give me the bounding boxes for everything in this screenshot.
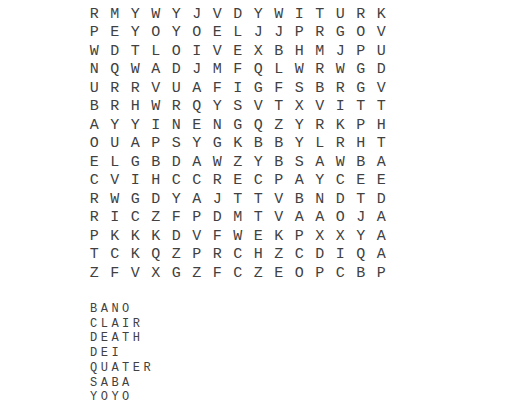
grid-cell-r2c5[interactable]: Y [166,24,187,43]
grid-cell-r6c6[interactable]: Q [187,98,208,117]
grid-cell-r1c12[interactable]: T [310,5,331,24]
grid-cell-r9c5[interactable]: D [166,153,187,172]
grid-cell-r13c15[interactable]: A [371,227,392,246]
grid-cell-r1c13[interactable]: U [330,5,351,24]
grid-cell-r7c9[interactable]: Q [248,116,269,135]
grid-cell-r5c11[interactable]: S [289,79,310,98]
grid-cell-r6c7[interactable]: Y [207,98,228,117]
grid-cell-r13c14[interactable]: Y [351,227,372,246]
grid-cell-r1c10[interactable]: W [269,5,290,24]
grid-cell-r12c15[interactable]: A [371,209,392,228]
grid-cell-r5c12[interactable]: B [310,79,331,98]
grid-cell-r13c5[interactable]: D [166,227,187,246]
grid-cell-r9c4[interactable]: B [146,153,167,172]
grid-cell-r14c11[interactable]: C [289,246,310,265]
grid-cell-r15c10[interactable]: E [269,264,290,283]
grid-cell-r10c15[interactable]: E [371,172,392,191]
grid-cell-r8c10[interactable]: B [269,135,290,154]
grid-cell-r1c1[interactable]: R [84,5,105,24]
word-search-page: RMYWYJVDYWITURKPEYOYOELJJPRGOVWDTLOIVEXB… [0,0,512,410]
word-list-item-clair: CLAIR [90,317,154,332]
grid-cell-r5c7[interactable]: F [207,79,228,98]
grid-cell-r3c9[interactable]: X [248,42,269,61]
grid-cell-r4c8[interactable]: F [228,61,249,80]
grid-cell-r11c11[interactable]: B [289,190,310,209]
grid-cell-r9c13[interactable]: W [330,153,351,172]
grid-cell-r15c12[interactable]: P [310,264,331,283]
grid-cell-r13c13[interactable]: X [330,227,351,246]
grid-cell-r14c12[interactable]: D [310,246,331,265]
grid-cell-r14c15[interactable]: A [371,246,392,265]
grid-cell-r9c6[interactable]: A [187,153,208,172]
grid-cell-r6c11[interactable]: X [289,98,310,117]
grid-cell-r12c7[interactable]: D [207,209,228,228]
grid-cell-r3c10[interactable]: B [269,42,290,61]
grid-cell-r10c6[interactable]: C [187,172,208,191]
grid-cell-r15c5[interactable]: G [166,264,187,283]
grid-cell-r1c7[interactable]: V [207,5,228,24]
word-list-item-death: DEATH [90,331,154,346]
grid-cell-r5c2[interactable]: R [105,79,126,98]
grid-cell-r7c12[interactable]: R [310,116,331,135]
grid-cell-r10c7[interactable]: R [207,172,228,191]
grid-cell-r6c5[interactable]: R [166,98,187,117]
grid-cell-r15c1[interactable]: Z [84,264,105,283]
grid-cell-r13c11[interactable]: P [289,227,310,246]
grid-cell-r15c2[interactable]: F [105,264,126,283]
grid-cell-r7c15[interactable]: H [371,116,392,135]
grid-cell-r13c2[interactable]: K [105,227,126,246]
grid-cell-r2c7[interactable]: E [207,24,228,43]
grid-cell-r9c1[interactable]: E [84,153,105,172]
grid-cell-r4c2[interactable]: Q [105,61,126,80]
grid-cell-r2c2[interactable]: E [105,24,126,43]
grid-cell-r13c3[interactable]: K [125,227,146,246]
grid-cell-r15c13[interactable]: C [330,264,351,283]
grid-cell-r7c10[interactable]: Z [269,116,290,135]
grid-cell-r12c6[interactable]: P [187,209,208,228]
grid-cell-r7c7[interactable]: N [207,116,228,135]
grid-cell-r5c8[interactable]: I [228,79,249,98]
grid-cell-r4c7[interactable]: M [207,61,228,80]
grid-cell-r8c3[interactable]: A [125,135,146,154]
word-list-item-quater: QUATER [90,361,154,376]
grid-cell-r11c5[interactable]: Y [166,190,187,209]
grid-cell-r14c5[interactable]: Z [166,246,187,265]
grid-cell-r15c3[interactable]: V [125,264,146,283]
grid-cell-r7c2[interactable]: Y [105,116,126,135]
grid-cell-r7c3[interactable]: Y [125,116,146,135]
grid-cell-r6c3[interactable]: H [125,98,146,117]
grid-cell-r3c4[interactable]: L [146,42,167,61]
grid-cell-r14c14[interactable]: Q [351,246,372,265]
grid-cell-r3c7[interactable]: V [207,42,228,61]
grid-cell-r14c7[interactable]: R [207,246,228,265]
grid-cell-r15c9[interactable]: Z [248,264,269,283]
grid-cell-r11c12[interactable]: N [310,190,331,209]
grid-cell-r6c15[interactable]: T [371,98,392,117]
grid-cell-r13c10[interactable]: K [269,227,290,246]
grid-cell-r14c6[interactable]: P [187,246,208,265]
grid-cell-r10c14[interactable]: E [351,172,372,191]
grid-cell-r14c8[interactable]: C [228,246,249,265]
grid-cell-r11c1[interactable]: R [84,190,105,209]
word-list: BANOCLAIRDEATHDEIQUATERSABAYOYO [90,302,154,405]
grid-cell-r11c3[interactable]: G [125,190,146,209]
grid-cell-r13c7[interactable]: F [207,227,228,246]
word-list-item-saba: SABA [90,376,154,391]
grid-cell-r2c13[interactable]: G [330,24,351,43]
grid-cell-r10c9[interactable]: C [248,172,269,191]
grid-cell-r5c4[interactable]: V [146,79,167,98]
grid-cell-r4c4[interactable]: A [146,61,167,80]
word-list-item-yoyo: YOYO [90,390,154,405]
grid-cell-r4c13[interactable]: W [330,61,351,80]
grid-cell-r1c9[interactable]: Y [248,5,269,24]
grid-cell-r8c9[interactable]: B [248,135,269,154]
word-list-item-bano: BANO [90,302,154,317]
grid-cell-r12c3[interactable]: C [125,209,146,228]
grid-cell-r13c4[interactable]: K [146,227,167,246]
grid-cell-r3c12[interactable]: M [310,42,331,61]
grid-cell-r11c4[interactable]: D [146,190,167,209]
grid-cell-r11c7[interactable]: J [207,190,228,209]
grid-cell-r12c12[interactable]: A [310,209,331,228]
grid-cell-r14c1[interactable]: T [84,246,105,265]
grid-cell-r2c6[interactable]: O [187,24,208,43]
grid-cell-r4c15[interactable]: D [371,61,392,80]
grid-cell-r10c1[interactable]: C [84,172,105,191]
grid-cell-r12c9[interactable]: T [248,209,269,228]
grid-cell-r6c12[interactable]: V [310,98,331,117]
grid-cell-r10c5[interactable]: C [166,172,187,191]
grid-cell-r11c8[interactable]: T [228,190,249,209]
grid-cell-r10c12[interactable]: Y [310,172,331,191]
grid-cell-r6c10[interactable]: T [269,98,290,117]
grid-cell-r5c9[interactable]: G [248,79,269,98]
grid-cell-r2c1[interactable]: P [84,24,105,43]
grid-cell-r11c14[interactable]: T [351,190,372,209]
word-list-item-dei: DEI [90,346,154,361]
grid-cell-r2c15[interactable]: V [371,24,392,43]
grid-cell-r9c14[interactable]: B [351,153,372,172]
grid-cell-r15c4[interactable]: X [146,264,167,283]
grid-cell-r7c5[interactable]: N [166,116,187,135]
grid-cell-r12c8[interactable]: M [228,209,249,228]
grid-cell-r2c8[interactable]: L [228,24,249,43]
grid-cell-r12c11[interactable]: A [289,209,310,228]
grid-cell-r4c10[interactable]: L [269,61,290,80]
grid-cell-r6c13[interactable]: I [330,98,351,117]
grid-cell-r7c6[interactable]: E [187,116,208,135]
grid-cell-r7c1[interactable]: A [84,116,105,135]
grid-cell-r5c1[interactable]: U [84,79,105,98]
grid-cell-r8c14[interactable]: H [351,135,372,154]
grid-cell-r1c11[interactable]: I [289,5,310,24]
grid-cell-r7c13[interactable]: K [330,116,351,135]
grid-cell-r10c13[interactable]: C [330,172,351,191]
grid-cell-r14c13[interactable]: I [330,246,351,265]
grid-cell-r1c6[interactable]: J [187,5,208,24]
grid-cell-r13c1[interactable]: P [84,227,105,246]
grid-cell-r10c3[interactable]: I [125,172,146,191]
grid-cell-r1c2[interactable]: M [105,5,126,24]
grid-cell-r4c14[interactable]: G [351,61,372,80]
grid-cell-r8c4[interactable]: P [146,135,167,154]
grid-cell-r12c5[interactable]: F [166,209,187,228]
grid-cell-r2c9[interactable]: J [248,24,269,43]
grid-cell-r10c4[interactable]: H [146,172,167,191]
grid-cell-r15c15[interactable]: P [371,264,392,283]
grid-cell-r2c10[interactable]: J [269,24,290,43]
grid-cell-r8c6[interactable]: Y [187,135,208,154]
grid-cell-r2c14[interactable]: O [351,24,372,43]
grid-cell-r12c14[interactable]: J [351,209,372,228]
grid-cell-r3c11[interactable]: H [289,42,310,61]
grid-cell-r4c9[interactable]: Q [248,61,269,80]
grid-cell-r5c5[interactable]: U [166,79,187,98]
grid-cell-r14c2[interactable]: C [105,246,126,265]
grid-cell-r12c13[interactable]: O [330,209,351,228]
grid-cell-r8c1[interactable]: O [84,135,105,154]
grid-cell-r6c1[interactable]: B [84,98,105,117]
grid-cell-r12c2[interactable]: I [105,209,126,228]
grid-cell-r3c1[interactable]: W [84,42,105,61]
grid-cell-r15c6[interactable]: Z [187,264,208,283]
grid-cell-r8c12[interactable]: L [310,135,331,154]
grid-cell-r8c15[interactable]: T [371,135,392,154]
grid-cell-r4c5[interactable]: D [166,61,187,80]
grid-cell-r7c14[interactable]: P [351,116,372,135]
grid-cell-r11c2[interactable]: W [105,190,126,209]
grid-cell-r5c14[interactable]: G [351,79,372,98]
grid-cell-r9c8[interactable]: Z [228,153,249,172]
grid-cell-r14c9[interactable]: H [248,246,269,265]
grid-cell-r8c13[interactable]: R [330,135,351,154]
grid-cell-r6c4[interactable]: W [146,98,167,117]
grid-cell-r15c14[interactable]: B [351,264,372,283]
grid-cell-r12c1[interactable]: R [84,209,105,228]
grid-cell-r1c14[interactable]: R [351,5,372,24]
grid-cell-r5c3[interactable]: R [125,79,146,98]
grid-cell-r10c8[interactable]: E [228,172,249,191]
grid-cell-r13c6[interactable]: V [187,227,208,246]
grid-cell-r6c2[interactable]: R [105,98,126,117]
grid-cell-r11c9[interactable]: T [248,190,269,209]
grid-cell-r5c15[interactable]: V [371,79,392,98]
grid-cell-r15c11[interactable]: O [289,264,310,283]
grid-cell-r15c7[interactable]: F [207,264,228,283]
grid-cell-r5c10[interactable]: F [269,79,290,98]
grid-cell-r12c10[interactable]: V [269,209,290,228]
grid-cell-r6c14[interactable]: T [351,98,372,117]
grid-cell-r11c13[interactable]: D [330,190,351,209]
grid-cell-r2c4[interactable]: O [146,24,167,43]
grid-cell-r9c10[interactable]: B [269,153,290,172]
grid-cell-r3c2[interactable]: D [105,42,126,61]
grid-cell-r4c6[interactable]: J [187,61,208,80]
grid-cell-r3c3[interactable]: T [125,42,146,61]
grid-cell-r10c11[interactable]: A [289,172,310,191]
grid-cell-r8c11[interactable]: Y [289,135,310,154]
grid-cell-r7c4[interactable]: I [146,116,167,135]
grid-cell-r6c8[interactable]: S [228,98,249,117]
grid-cell-r8c2[interactable]: U [105,135,126,154]
grid-cell-r14c4[interactable]: Q [146,246,167,265]
grid-cell-r5c6[interactable]: A [187,79,208,98]
grid-cell-r1c15[interactable]: K [371,5,392,24]
grid-cell-r1c3[interactable]: Y [125,5,146,24]
grid-cell-r5c13[interactable]: R [330,79,351,98]
grid-cell-r4c12[interactable]: R [310,61,331,80]
grid-cell-r3c8[interactable]: E [228,42,249,61]
grid-cell-r13c12[interactable]: X [310,227,331,246]
grid-cell-r4c3[interactable]: W [125,61,146,80]
grid-cell-r1c5[interactable]: Y [166,5,187,24]
grid-cell-r13c8[interactable]: W [228,227,249,246]
grid-cell-r9c7[interactable]: W [207,153,228,172]
grid-cell-r11c10[interactable]: V [269,190,290,209]
grid-cell-r7c11[interactable]: Y [289,116,310,135]
grid-cell-r11c15[interactable]: D [371,190,392,209]
grid-cell-r9c3[interactable]: G [125,153,146,172]
word-search-grid: RMYWYJVDYWITURKPEYOYOELJJPRGOVWDTLOIVEXB… [84,5,392,283]
grid-cell-r4c11[interactable]: W [289,61,310,80]
grid-cell-r15c8[interactable]: C [228,264,249,283]
grid-cell-r3c15[interactable]: U [371,42,392,61]
grid-cell-r2c3[interactable]: Y [125,24,146,43]
grid-cell-r14c10[interactable]: Z [269,246,290,265]
grid-cell-r7c8[interactable]: G [228,116,249,135]
grid-cell-r12c4[interactable]: Z [146,209,167,228]
grid-cell-r9c11[interactable]: S [289,153,310,172]
grid-cell-r13c9[interactable]: E [248,227,269,246]
grid-cell-r3c13[interactable]: J [330,42,351,61]
grid-cell-r1c8[interactable]: D [228,5,249,24]
grid-cell-r8c7[interactable]: G [207,135,228,154]
grid-cell-r6c9[interactable]: V [248,98,269,117]
grid-cell-r11c6[interactable]: A [187,190,208,209]
grid-cell-r8c8[interactable]: K [228,135,249,154]
grid-cell-r3c6[interactable]: I [187,42,208,61]
grid-cell-r3c14[interactable]: P [351,42,372,61]
grid-cell-r9c9[interactable]: Y [248,153,269,172]
grid-cell-r1c4[interactable]: W [146,5,167,24]
grid-cell-r9c12[interactable]: A [310,153,331,172]
grid-cell-r2c11[interactable]: P [289,24,310,43]
grid-cell-r3c5[interactable]: O [166,42,187,61]
grid-cell-r10c2[interactable]: V [105,172,126,191]
grid-cell-r14c3[interactable]: K [125,246,146,265]
grid-cell-r9c2[interactable]: L [105,153,126,172]
grid-cell-r8c5[interactable]: S [166,135,187,154]
grid-cell-r10c10[interactable]: P [269,172,290,191]
grid-cell-r9c15[interactable]: A [371,153,392,172]
grid-cell-r2c12[interactable]: R [310,24,331,43]
grid-cell-r4c1[interactable]: N [84,61,105,80]
